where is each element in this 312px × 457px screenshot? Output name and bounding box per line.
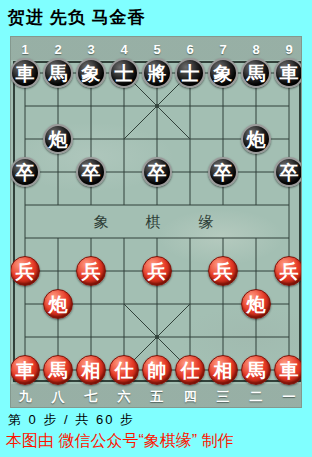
piece-red[interactable]: 帥: [142, 355, 172, 385]
file-label-bottom: 一: [283, 388, 296, 406]
piece-black[interactable]: 卒: [142, 157, 172, 187]
piece-red[interactable]: 仕: [175, 355, 205, 385]
piece-black[interactable]: 炮: [43, 124, 73, 154]
piece-red[interactable]: 兵: [142, 256, 172, 286]
piece-red[interactable]: 兵: [274, 256, 302, 286]
file-label-top: 9: [285, 42, 292, 57]
piece-red[interactable]: 車: [274, 355, 302, 385]
river-label: 象: [94, 213, 109, 232]
piece-red[interactable]: 兵: [76, 256, 106, 286]
file-label-bottom: 七: [85, 388, 98, 406]
file-label-top: 4: [120, 42, 127, 57]
file-label-top: 7: [219, 42, 226, 57]
file-label-bottom: 九: [19, 388, 32, 406]
credit-text: 本图由 微信公众号“象棋缘” 制作: [6, 431, 234, 452]
piece-red[interactable]: 馬: [43, 355, 73, 385]
file-label-bottom: 五: [151, 388, 164, 406]
piece-black[interactable]: 車: [10, 58, 40, 88]
file-label-bottom: 二: [250, 388, 263, 406]
file-label-top: 2: [54, 42, 61, 57]
piece-black[interactable]: 馬: [241, 58, 271, 88]
piece-black[interactable]: 卒: [76, 157, 106, 187]
file-label-top: 6: [186, 42, 193, 57]
piece-black[interactable]: 車: [274, 58, 302, 88]
piece-black[interactable]: 馬: [43, 58, 73, 88]
move-counter: 第 0 步 / 共 60 步: [8, 411, 135, 429]
file-label-top: 3: [87, 42, 94, 57]
piece-black[interactable]: 象: [76, 58, 106, 88]
piece-black[interactable]: 士: [175, 58, 205, 88]
river-label: 棋: [146, 213, 161, 232]
piece-red[interactable]: 兵: [10, 256, 40, 286]
piece-black[interactable]: 士: [109, 58, 139, 88]
piece-red[interactable]: 炮: [43, 289, 73, 319]
piece-red[interactable]: 兵: [208, 256, 238, 286]
piece-red[interactable]: 仕: [109, 355, 139, 385]
file-label-bottom: 三: [217, 388, 230, 406]
file-label-top: 5: [153, 42, 160, 57]
piece-black[interactable]: 卒: [10, 157, 40, 187]
river-label: 缘: [199, 213, 214, 232]
piece-red[interactable]: 車: [10, 355, 40, 385]
piece-red[interactable]: 相: [208, 355, 238, 385]
piece-red[interactable]: 相: [76, 355, 106, 385]
file-label-bottom: 六: [118, 388, 131, 406]
piece-black[interactable]: 卒: [274, 157, 302, 187]
file-label-top: 1: [21, 42, 28, 57]
xiangqi-board: 123456789九八七六五四三二一象棋缘車馬象士將士象馬車炮炮卒卒卒卒卒兵兵兵…: [10, 36, 302, 408]
piece-black[interactable]: 將: [142, 58, 172, 88]
file-label-top: 8: [252, 42, 259, 57]
game-title: 贺进 先负 马金香: [8, 6, 145, 29]
piece-black[interactable]: 卒: [208, 157, 238, 187]
file-label-bottom: 四: [184, 388, 197, 406]
piece-red[interactable]: 炮: [241, 289, 271, 319]
file-label-bottom: 八: [52, 388, 65, 406]
piece-black[interactable]: 象: [208, 58, 238, 88]
piece-red[interactable]: 馬: [241, 355, 271, 385]
piece-black[interactable]: 炮: [241, 124, 271, 154]
